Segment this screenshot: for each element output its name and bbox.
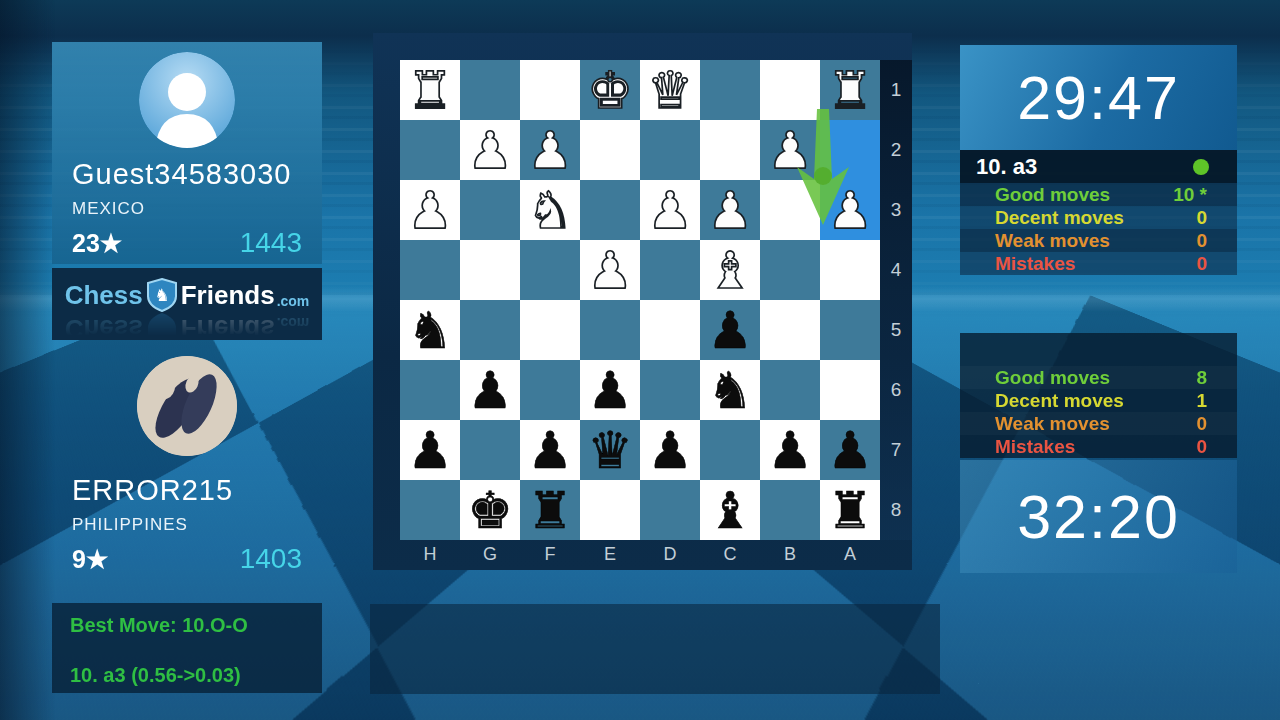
stat-row-decent-moves: Decent moves0 [960,206,1237,229]
board-backdrop: ♜♚♛♜♟♟♟♟♞♟♟♟♟♝♞♟♟♟♞♟♟♛♟♟♟♚♜♝♜ 12345678 H… [373,33,912,570]
stat-row-weak-moves: Weak moves0 [960,229,1237,252]
shield-knight-icon: ♞ [147,278,177,312]
player-country: PHILIPPINES [72,515,302,535]
played-move-eval-text: 10. a3 (0.56->0.03) [70,664,304,687]
black-pawn[interactable]: ♟ [580,360,640,420]
square-e8[interactable] [580,480,640,540]
black-rook[interactable]: ♜ [820,480,880,540]
square-e1[interactable]: ♚ [580,60,640,120]
background-left-shade [0,0,55,720]
file-label-b: B [760,540,820,570]
square-a5[interactable] [820,300,880,360]
square-e6[interactable]: ♟ [580,360,640,420]
black-pawn[interactable]: ♟ [820,420,880,480]
move-quality-panel-black: Good moves8Decent moves1Weak moves0Mista… [960,333,1237,458]
square-c4[interactable]: ♝ [700,240,760,300]
rank-label-8: 8 [880,480,912,540]
clock-black: 32:20 [960,460,1237,573]
square-h5[interactable]: ♞ [400,300,460,360]
player-name: Guest34583030 [72,158,302,191]
square-d8[interactable] [640,480,700,540]
square-a2[interactable] [820,120,880,180]
square-f2[interactable]: ♟ [520,120,580,180]
rank-label-5: 5 [880,300,912,360]
move-quality-panel-white: 10. a3 Good moves10 *Decent moves0Weak m… [960,150,1237,275]
square-b6[interactable] [760,360,820,420]
player-country: MEXICO [72,199,302,219]
site-logo[interactable]: Chess ♞ Friends .com [65,278,310,312]
stat-row-weak-moves: Weak moves0 [960,412,1237,435]
stat-label: Weak moves [995,413,1110,435]
square-a6[interactable] [820,360,880,420]
square-e3[interactable] [580,180,640,240]
rank-label-7: 7 [880,420,912,480]
square-h7[interactable]: ♟ [400,420,460,480]
white-pawn[interactable]: ♟ [820,180,880,240]
square-c8[interactable]: ♝ [700,480,760,540]
square-f4[interactable] [520,240,580,300]
clock-time: 32:20 [1017,482,1180,552]
square-f7[interactable]: ♟ [520,420,580,480]
file-label-c: C [700,540,760,570]
stat-value: 0 [1196,436,1207,458]
black-knight[interactable]: ♞ [400,300,460,360]
white-rook[interactable]: ♜ [820,60,880,120]
player-stars: 23★ [72,229,122,258]
black-pawn[interactable]: ♟ [400,420,460,480]
square-f1[interactable] [520,60,580,120]
square-e5[interactable] [580,300,640,360]
square-b5[interactable] [760,300,820,360]
player-rating: 1443 [240,227,302,259]
player-panel-white: Guest34583030 MEXICO 23★ 1443 [52,42,322,264]
file-label-g: G [460,540,520,570]
square-b2[interactable]: ♟ [760,120,820,180]
player-name: ERROR215 [72,474,302,507]
rank-label-3: 3 [880,180,912,240]
square-d1[interactable]: ♛ [640,60,700,120]
white-pawn[interactable]: ♟ [760,120,820,180]
white-queen[interactable]: ♛ [640,60,700,120]
player-stars: 9★ [72,545,108,574]
stat-label: Mistakes [995,436,1075,458]
black-knight[interactable]: ♞ [700,360,760,420]
square-d6[interactable] [640,360,700,420]
black-bishop[interactable]: ♝ [700,480,760,540]
stat-row-good-moves: Good moves10 * [960,183,1237,206]
stat-label: Mistakes [995,253,1075,275]
avatar[interactable] [137,356,237,456]
square-c5[interactable]: ♟ [700,300,760,360]
app-screen: Guest34583030 MEXICO 23★ 1443 Chess ♞ Fr… [0,0,1280,720]
last-move-label: 10. a3 [976,154,1037,180]
stat-value: 10 * [1173,184,1207,206]
square-a1[interactable]: ♜ [820,60,880,120]
square-h2[interactable] [400,120,460,180]
white-pawn[interactable]: ♟ [640,180,700,240]
stat-row-mistakes: Mistakes0 [960,252,1237,275]
stat-value: 0 [1196,207,1207,229]
rank-label-6: 6 [880,360,912,420]
square-g8[interactable]: ♚ [460,480,520,540]
clock-white: 29:47 [960,45,1237,150]
square-c7[interactable] [700,420,760,480]
square-c6[interactable]: ♞ [700,360,760,420]
square-d4[interactable] [640,240,700,300]
avatar[interactable] [139,52,235,148]
rank-label-4: 4 [880,240,912,300]
logo-reflection: Chess Friends .com [65,312,310,340]
square-c3[interactable]: ♟ [700,180,760,240]
file-label-d: D [640,540,700,570]
white-pawn[interactable]: ♟ [460,120,520,180]
black-pawn[interactable]: ♟ [640,420,700,480]
square-e7[interactable]: ♛ [580,420,640,480]
file-label-h: H [400,540,460,570]
square-h6[interactable] [400,360,460,420]
black-king[interactable]: ♚ [460,480,520,540]
file-label-f: F [520,540,580,570]
white-pawn[interactable]: ♟ [580,240,640,300]
square-f8[interactable]: ♜ [520,480,580,540]
stat-label: Weak moves [995,230,1110,252]
square-h8[interactable] [400,480,460,540]
square-b1[interactable] [760,60,820,120]
square-a3[interactable]: ♟ [820,180,880,240]
rank-labels: 12345678 [880,60,912,540]
stat-row-mistakes: Mistakes0 [960,435,1237,458]
black-rook[interactable]: ♜ [520,480,580,540]
square-d7[interactable]: ♟ [640,420,700,480]
white-knight[interactable]: ♞ [520,180,580,240]
square-g4[interactable] [460,240,520,300]
square-c2[interactable] [700,120,760,180]
square-g3[interactable] [460,180,520,240]
square-f3[interactable]: ♞ [520,180,580,240]
file-label-a: A [820,540,880,570]
white-pawn[interactable]: ♟ [520,120,580,180]
black-pawn[interactable]: ♟ [460,360,520,420]
stat-value: 0 [1196,230,1207,252]
square-g5[interactable] [460,300,520,360]
white-pawn[interactable]: ♟ [700,180,760,240]
stat-value: 0 [1196,413,1207,435]
square-f5[interactable] [520,300,580,360]
square-b3[interactable] [760,180,820,240]
star-icon: ★ [100,229,122,257]
shoes-photo-icon [137,356,237,456]
square-g2[interactable]: ♟ [460,120,520,180]
stat-value: 1 [1196,390,1207,412]
square-a8[interactable]: ♜ [820,480,880,540]
square-b4[interactable] [760,240,820,300]
white-rook[interactable]: ♜ [400,60,460,120]
stat-value: 8 [1196,367,1207,389]
square-g6[interactable]: ♟ [460,360,520,420]
square-g7[interactable] [460,420,520,480]
black-pawn[interactable]: ♟ [700,300,760,360]
stat-label: Decent moves [995,390,1124,412]
square-d5[interactable] [640,300,700,360]
square-f6[interactable] [520,360,580,420]
square-a7[interactable]: ♟ [820,420,880,480]
rank-label-1: 1 [880,60,912,120]
star-icon: ★ [86,545,108,573]
black-queen[interactable]: ♛ [580,420,640,480]
best-move-panel: Best Move: 10.O-O 10. a3 (0.56->0.03) [52,603,322,693]
white-pawn[interactable]: ♟ [400,180,460,240]
svg-text:♞: ♞ [154,285,169,305]
stat-label: Good moves [995,367,1110,389]
clock-time: 29:47 [1017,63,1180,133]
message-bar [370,604,940,694]
square-d2[interactable] [640,120,700,180]
file-label-e: E [580,540,640,570]
square-b8[interactable] [760,480,820,540]
square-g1[interactable] [460,60,520,120]
player-panel-black: ERROR215 PHILIPPINES 9★ 1403 [52,352,322,576]
white-king[interactable]: ♚ [580,60,640,120]
white-bishop[interactable]: ♝ [700,240,760,300]
status-dot-icon [1193,159,1209,175]
square-h1[interactable]: ♜ [400,60,460,120]
chess-board: ♜♚♛♜♟♟♟♟♞♟♟♟♟♝♞♟♟♟♞♟♟♛♟♟♟♚♜♝♜ [400,60,880,540]
square-d3[interactable]: ♟ [640,180,700,240]
stat-value: 0 [1196,253,1207,275]
site-logo-band: Chess ♞ Friends .com Chess Friends .com [52,268,322,340]
person-silhouette-icon [139,52,235,148]
square-c1[interactable] [700,60,760,120]
file-labels: HGFEDCBA [400,540,880,570]
stat-label: Decent moves [995,207,1124,229]
best-move-text: Best Move: 10.O-O [70,614,304,637]
square-e4[interactable]: ♟ [580,240,640,300]
black-pawn[interactable]: ♟ [520,420,580,480]
stat-label: Good moves [995,184,1110,206]
square-h3[interactable]: ♟ [400,180,460,240]
square-h4[interactable] [400,240,460,300]
square-e2[interactable] [580,120,640,180]
stat-row-good-moves: Good moves8 [960,366,1237,389]
rank-label-2: 2 [880,120,912,180]
stat-row-decent-moves: Decent moves1 [960,389,1237,412]
black-pawn[interactable]: ♟ [760,420,820,480]
square-a4[interactable] [820,240,880,300]
player-rating: 1403 [240,543,302,575]
square-b7[interactable]: ♟ [760,420,820,480]
